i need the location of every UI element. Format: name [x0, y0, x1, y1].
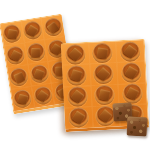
cube-in-cavity	[126, 87, 139, 100]
cube-in-cavity	[34, 68, 46, 80]
cube-in-cavity	[68, 47, 82, 61]
mold-cavity	[43, 17, 64, 38]
cube-in-cavity	[70, 90, 84, 104]
cube-in-cavity	[99, 89, 111, 101]
mold-cavity	[5, 45, 26, 66]
mold-cavity	[93, 63, 114, 84]
cube-in-cavity	[70, 69, 82, 81]
mold-cavity	[66, 65, 87, 86]
mold-cavity	[122, 83, 143, 104]
cube-in-cavity	[97, 47, 108, 58]
mold-cavity	[67, 86, 88, 107]
cube-in-cavity	[37, 89, 50, 102]
mold-cavity-cell	[63, 85, 92, 108]
mold-cavity-cell	[64, 106, 93, 129]
mold-cavity	[9, 67, 30, 88]
cube-in-cavity	[17, 93, 28, 104]
mold-cavity	[29, 64, 50, 85]
cube-in-cavity	[125, 66, 139, 80]
cube-in-cavity	[72, 111, 86, 125]
mold-cavity	[65, 44, 86, 65]
mold-cavity	[22, 20, 43, 41]
cube-in-cavity	[7, 28, 17, 38]
mold-cavity	[2, 23, 23, 44]
cube-in-cavity	[97, 67, 111, 81]
mold-cavity-cell	[88, 41, 117, 64]
mold-cavity-cell	[117, 61, 146, 84]
mold-cavity	[68, 107, 89, 128]
mold-cavity	[12, 88, 33, 109]
right-tray-grid	[61, 40, 148, 129]
mold-cavity-cell	[90, 63, 119, 86]
mold-cavity	[94, 85, 115, 106]
cube-in-cavity	[10, 49, 22, 61]
mold-cavity	[26, 42, 47, 63]
mold-cavity-cell	[61, 43, 90, 66]
mold-cavity-cell	[116, 40, 145, 63]
cube-in-cavity	[99, 109, 113, 123]
loose-cube-2	[127, 116, 148, 136]
mold-cavity	[120, 41, 141, 62]
mold-cavity	[33, 85, 54, 106]
cube-in-cavity	[47, 21, 60, 34]
cube-in-cavity	[123, 44, 137, 58]
mold-cavity-cell	[62, 64, 91, 87]
mold-cavity-cell	[118, 82, 147, 105]
cube-in-cavity	[31, 47, 40, 56]
cube-in-cavity	[26, 24, 38, 36]
mold-cavity	[92, 42, 113, 63]
mold-cavity	[121, 62, 142, 83]
cube-in-cavity	[13, 71, 25, 83]
